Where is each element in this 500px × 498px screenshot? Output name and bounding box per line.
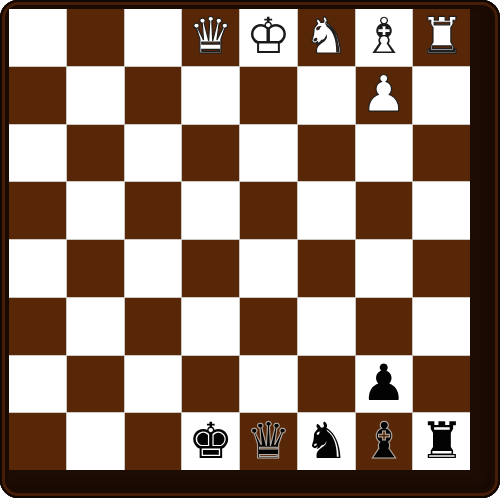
square-e2[interactable] — [240, 356, 297, 413]
square-d2[interactable] — [182, 356, 239, 413]
piece-white-knight[interactable]: ♞ — [304, 11, 349, 61]
square-d1[interactable]: ♚ — [182, 413, 239, 470]
square-e7[interactable] — [240, 67, 297, 124]
piece-white-king[interactable]: ♔ — [246, 11, 291, 61]
square-a8[interactable] — [9, 9, 66, 66]
square-a5[interactable] — [9, 182, 66, 239]
square-b3[interactable] — [67, 298, 124, 355]
square-b1[interactable] — [67, 413, 124, 470]
square-e6[interactable] — [240, 125, 297, 182]
piece-black-queen[interactable]: ♛ — [246, 416, 291, 466]
square-f6[interactable] — [298, 125, 355, 182]
square-g5[interactable] — [356, 182, 413, 239]
square-g3[interactable] — [356, 298, 413, 355]
square-b5[interactable] — [67, 182, 124, 239]
square-h3[interactable] — [413, 298, 470, 355]
square-e4[interactable] — [240, 240, 297, 297]
square-c4[interactable] — [125, 240, 182, 297]
chess-board: ♛♔♞♗♜♟♟♚♛♞♝♜ — [9, 9, 470, 470]
square-h5[interactable] — [413, 182, 470, 239]
square-a4[interactable] — [9, 240, 66, 297]
piece-black-bishop[interactable]: ♝ — [361, 416, 406, 466]
square-h4[interactable] — [413, 240, 470, 297]
piece-black-pawn[interactable]: ♟ — [361, 358, 406, 408]
square-d4[interactable] — [182, 240, 239, 297]
square-b6[interactable] — [67, 125, 124, 182]
square-g1[interactable]: ♝ — [356, 413, 413, 470]
piece-black-rook[interactable]: ♜ — [419, 416, 464, 466]
square-d8[interactable]: ♛ — [182, 9, 239, 66]
square-g7[interactable]: ♟ — [356, 67, 413, 124]
square-h7[interactable] — [413, 67, 470, 124]
square-h6[interactable] — [413, 125, 470, 182]
square-b4[interactable] — [67, 240, 124, 297]
piece-white-bishop[interactable]: ♗ — [361, 11, 406, 61]
piece-white-rook[interactable]: ♜ — [419, 11, 464, 61]
square-f7[interactable] — [298, 67, 355, 124]
square-f4[interactable] — [298, 240, 355, 297]
square-h1[interactable]: ♜ — [413, 413, 470, 470]
square-a2[interactable] — [9, 356, 66, 413]
square-d5[interactable] — [182, 182, 239, 239]
square-b2[interactable] — [67, 356, 124, 413]
square-c5[interactable] — [125, 182, 182, 239]
square-f3[interactable] — [298, 298, 355, 355]
square-b8[interactable] — [67, 9, 124, 66]
piece-black-knight[interactable]: ♞ — [304, 416, 349, 466]
piece-white-queen[interactable]: ♛ — [188, 11, 233, 61]
square-g4[interactable] — [356, 240, 413, 297]
square-h8[interactable]: ♜ — [413, 9, 470, 66]
square-g6[interactable] — [356, 125, 413, 182]
piece-white-pawn[interactable]: ♟ — [361, 69, 406, 119]
square-c3[interactable] — [125, 298, 182, 355]
square-b7[interactable] — [67, 67, 124, 124]
square-e3[interactable] — [240, 298, 297, 355]
square-f1[interactable]: ♞ — [298, 413, 355, 470]
square-c6[interactable] — [125, 125, 182, 182]
square-e5[interactable] — [240, 182, 297, 239]
square-a1[interactable] — [9, 413, 66, 470]
square-h2[interactable] — [413, 356, 470, 413]
square-d7[interactable] — [182, 67, 239, 124]
square-f2[interactable] — [298, 356, 355, 413]
square-d6[interactable] — [182, 125, 239, 182]
square-d3[interactable] — [182, 298, 239, 355]
square-c7[interactable] — [125, 67, 182, 124]
square-a3[interactable] — [9, 298, 66, 355]
square-c8[interactable] — [125, 9, 182, 66]
square-a7[interactable] — [9, 67, 66, 124]
square-a6[interactable] — [9, 125, 66, 182]
square-f8[interactable]: ♞ — [298, 9, 355, 66]
square-g2[interactable]: ♟ — [356, 356, 413, 413]
square-e1[interactable]: ♛ — [240, 413, 297, 470]
square-c1[interactable] — [125, 413, 182, 470]
square-f5[interactable] — [298, 182, 355, 239]
chessboard: ♛♔♞♗♜♟♟♚♛♞♝♜ — [0, 0, 500, 498]
square-c2[interactable] — [125, 356, 182, 413]
piece-black-king[interactable]: ♚ — [188, 416, 233, 466]
square-g8[interactable]: ♗ — [356, 9, 413, 66]
square-e8[interactable]: ♔ — [240, 9, 297, 66]
